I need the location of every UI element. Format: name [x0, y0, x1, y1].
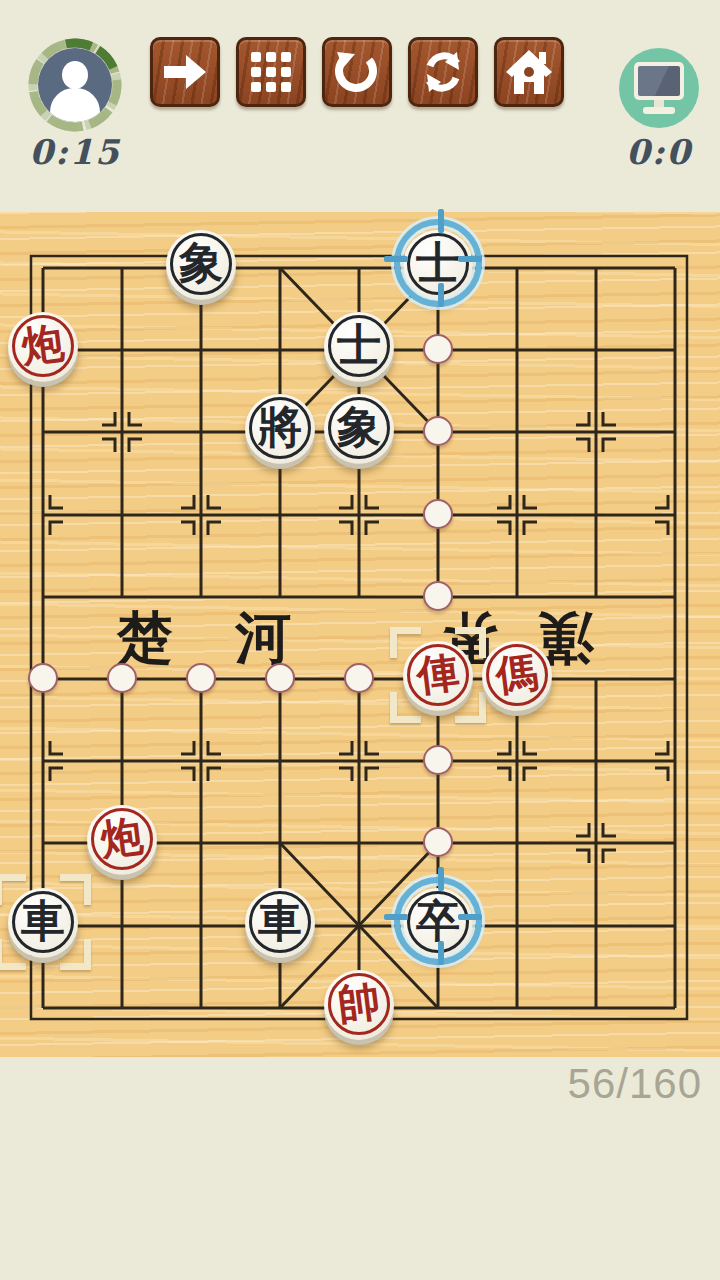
red-general-piece[interactable]: 帥: [324, 970, 394, 1040]
piece-character: 象: [166, 230, 236, 296]
move-hint-dot[interactable]: [265, 663, 295, 693]
move-hint-dot[interactable]: [28, 663, 58, 693]
player-clock: 0:15: [15, 132, 135, 172]
red-cannon-piece[interactable]: 炮: [87, 805, 157, 875]
piece-character: 將: [245, 394, 315, 460]
computer-clock: 0:0: [599, 132, 719, 172]
black-chariot-piece[interactable]: 車: [8, 888, 78, 958]
move-hint-dot[interactable]: [423, 334, 453, 364]
piece-character: 傌: [478, 637, 556, 711]
undo-button[interactable]: [322, 37, 392, 107]
black-elephant-piece[interactable]: 象: [324, 394, 394, 464]
piece-character: 士: [324, 312, 394, 378]
move-hint-dot[interactable]: [107, 663, 137, 693]
monitor-icon: [634, 62, 684, 100]
move-hint-dot[interactable]: [186, 663, 216, 693]
red-horse-piece[interactable]: 傌: [482, 641, 552, 711]
piece-character: 炮: [4, 308, 82, 382]
move-hint-dot[interactable]: [423, 745, 453, 775]
restart-button[interactable]: [408, 37, 478, 107]
grid-icon: [251, 52, 291, 92]
red-cannon-piece[interactable]: 炮: [8, 312, 78, 382]
piece-character: 車: [8, 888, 78, 954]
piece-character: 炮: [83, 801, 161, 875]
black-advisor-piece[interactable]: 士: [324, 312, 394, 382]
forward-button[interactable]: [150, 37, 220, 107]
home-icon: [506, 50, 552, 94]
black-chariot-piece[interactable]: 車: [245, 888, 315, 958]
refresh-icon: [421, 50, 465, 94]
rotate-ccw-icon: [335, 50, 379, 94]
move-hint-dot[interactable]: [423, 416, 453, 446]
piece-character: 象: [324, 394, 394, 460]
home-button[interactable]: [494, 37, 564, 107]
black-advisor-piece[interactable]: 士: [403, 230, 473, 300]
move-hint-dot[interactable]: [423, 581, 453, 611]
computer-opponent[interactable]: [619, 48, 699, 128]
river-label-chu: 楚: [110, 602, 180, 672]
move-hint-dot[interactable]: [423, 499, 453, 529]
piece-character: 俥: [399, 637, 477, 711]
river-label-he: 河: [228, 602, 298, 672]
arrow-right-icon: [162, 52, 208, 92]
toolbar: [150, 37, 564, 107]
piece-character: 帥: [320, 966, 398, 1040]
avatar: [38, 48, 112, 122]
capture-target-ring: [394, 219, 482, 307]
black-general-piece[interactable]: 將: [245, 394, 315, 464]
capture-target-ring: [394, 877, 482, 965]
puzzle-progress: 56/160: [568, 1060, 702, 1108]
person-icon: [62, 61, 88, 89]
piece-character: 車: [245, 888, 315, 954]
red-chariot-piece[interactable]: 俥: [403, 641, 473, 711]
black-soldier-piece[interactable]: 卒: [403, 888, 473, 958]
player-avatar[interactable]: [27, 37, 123, 133]
black-elephant-piece[interactable]: 象: [166, 230, 236, 300]
menu-button[interactable]: [236, 37, 306, 107]
move-hint-dot[interactable]: [423, 827, 453, 857]
move-hint-dot[interactable]: [344, 663, 374, 693]
